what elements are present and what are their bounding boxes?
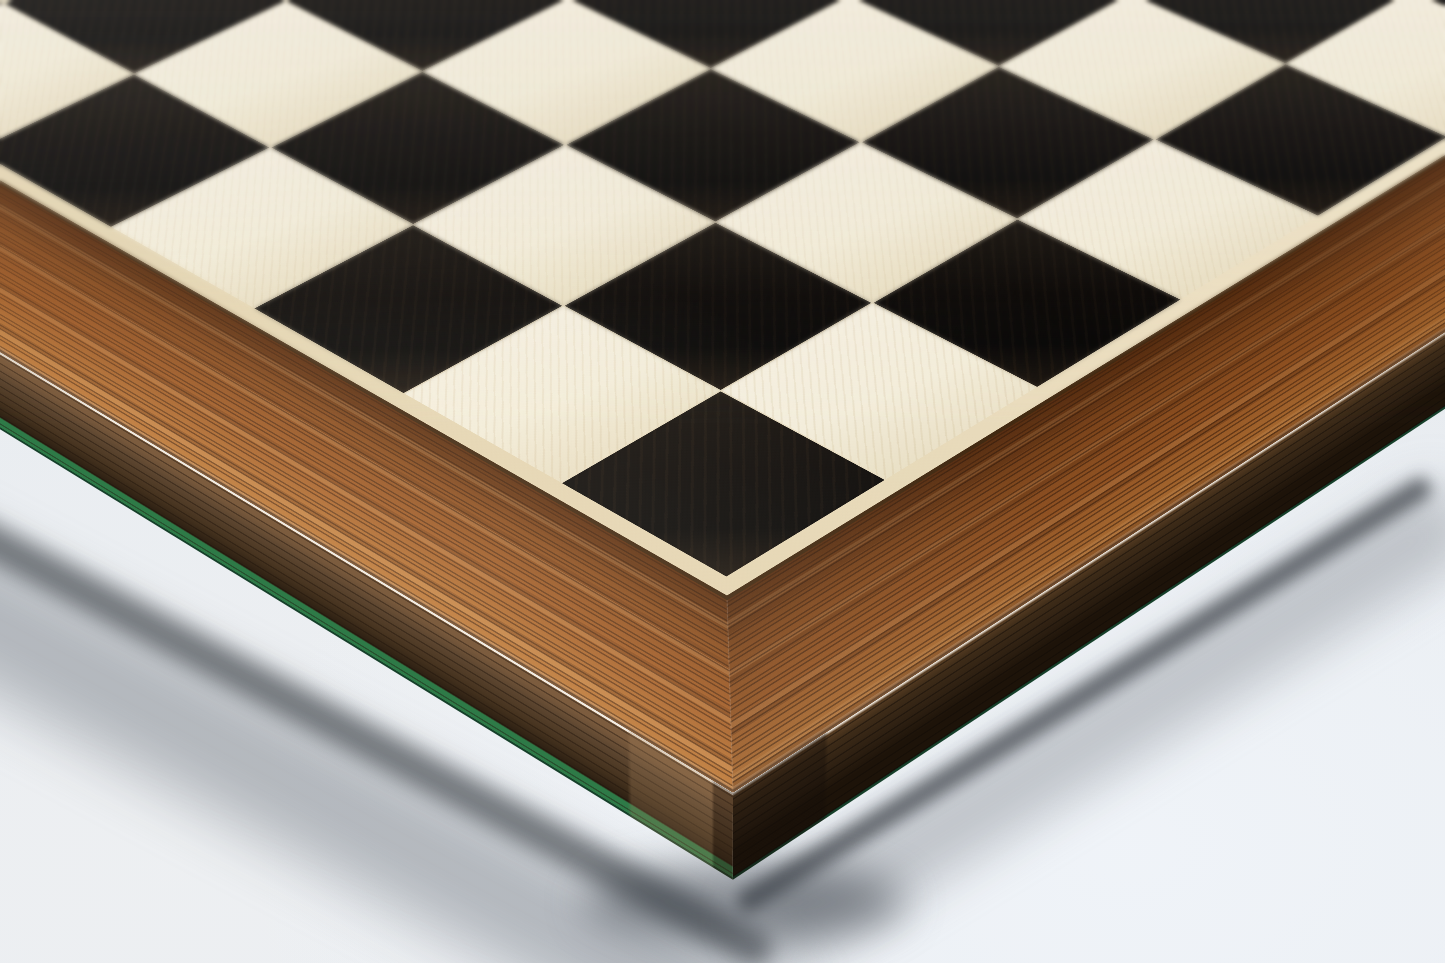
scene-3d [0,0,1445,963]
photo-stage [0,0,1445,963]
board-top-face [0,0,1445,793]
chess-board [0,0,1445,793]
